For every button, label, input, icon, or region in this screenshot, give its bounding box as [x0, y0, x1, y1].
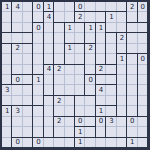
- room-clue: 0: [127, 117, 137, 127]
- room-clue: 0: [33, 23, 43, 33]
- room-clue: 4: [96, 85, 106, 95]
- room: [32, 105, 43, 137]
- room: [74, 95, 96, 117]
- room: 0: [126, 116, 148, 138]
- room: [53, 1, 75, 23]
- heyawake-board: 1401020421011122121042201034213120030100…: [0, 0, 150, 150]
- room-clue: 2: [54, 117, 64, 127]
- room: 0: [137, 1, 148, 23]
- room-clue: 1: [75, 138, 85, 148]
- room: 0: [32, 137, 75, 148]
- room-clue: 1: [33, 75, 43, 85]
- room-clue: 2: [54, 65, 64, 75]
- room: 2: [53, 95, 75, 117]
- room: 3: [11, 105, 33, 137]
- room-clue: 2: [12, 44, 22, 54]
- room: 3: [1, 84, 33, 106]
- room-clue: 1: [127, 138, 137, 148]
- room-clue: 4: [12, 2, 22, 12]
- room: 2: [53, 116, 75, 138]
- room: 4: [11, 1, 33, 33]
- room: 4: [95, 84, 117, 106]
- room-clue: 1: [65, 44, 75, 54]
- room-clue: 0: [12, 138, 22, 148]
- room-clue: 3: [106, 117, 116, 127]
- room-clue: 2: [85, 44, 95, 54]
- room-clue: 3: [12, 106, 22, 116]
- room: 0: [137, 53, 148, 117]
- room-clue: 0: [138, 2, 148, 12]
- room-clue: 2: [54, 96, 64, 106]
- room: 3: [105, 116, 127, 138]
- room: 1: [64, 22, 86, 44]
- room: 1: [74, 137, 127, 148]
- room-clue: 1: [106, 12, 116, 22]
- room: 0: [11, 137, 33, 148]
- room: 2: [53, 64, 85, 96]
- room: 1: [105, 11, 127, 33]
- room: 1: [126, 137, 148, 148]
- room: 2: [11, 43, 33, 75]
- room: [126, 32, 148, 54]
- room: 1: [64, 43, 86, 65]
- room-clue: 0: [33, 138, 43, 148]
- room-clue: 3: [2, 85, 12, 95]
- room-clue: 0: [138, 54, 148, 64]
- room-clue: 1: [65, 23, 75, 33]
